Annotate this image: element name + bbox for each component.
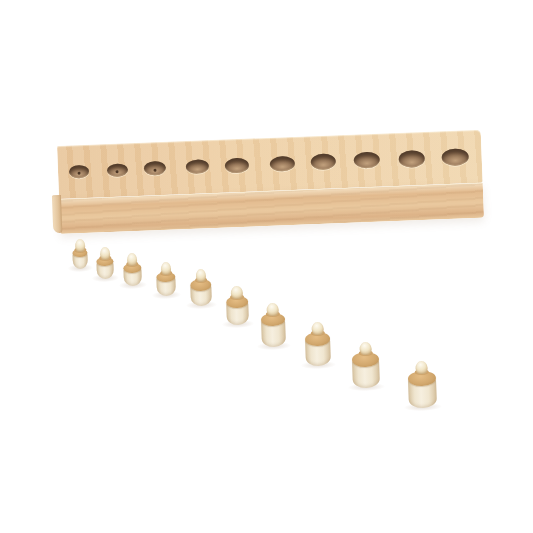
socket-hole-9[interactable] xyxy=(398,149,425,167)
socket-hole-4[interactable] xyxy=(185,159,209,174)
knobbed-cylinder-7[interactable] xyxy=(260,303,286,348)
socket-hole-8[interactable] xyxy=(353,152,380,169)
knobbed-cylinder-6[interactable] xyxy=(226,286,249,326)
product-photo xyxy=(0,0,533,533)
knobbed-cylinder-3[interactable] xyxy=(123,253,142,287)
cylinder-knob xyxy=(160,262,170,275)
drill-mark xyxy=(153,168,156,171)
cylinder-knob xyxy=(231,286,243,299)
knobbed-cylinder-4[interactable] xyxy=(155,262,175,297)
socket-hole-6[interactable] xyxy=(269,155,295,171)
knobbed-cylinder-5[interactable] xyxy=(189,269,211,307)
cylinder-knob xyxy=(266,303,278,316)
cylinder-knob xyxy=(358,342,370,355)
cylinder-knob xyxy=(415,361,427,374)
cylinder-knob xyxy=(74,239,84,252)
knobbed-cylinder-10[interactable] xyxy=(407,361,437,409)
block-left-end-face xyxy=(52,195,62,233)
cylinder-knob xyxy=(127,253,137,266)
cylinder-knob xyxy=(310,322,322,335)
knobbed-cylinder-8[interactable] xyxy=(304,322,331,367)
drill-mark xyxy=(115,170,118,173)
knobbed-cylinder-9[interactable] xyxy=(351,342,380,389)
cylinder-knob xyxy=(195,269,205,282)
drill-mark xyxy=(77,171,80,174)
knobbed-cylinder-2[interactable] xyxy=(95,247,113,280)
cylinder-block xyxy=(57,130,484,234)
socket-hole-3[interactable] xyxy=(144,161,167,176)
cylinder-knob xyxy=(99,247,109,260)
socket-hole-7[interactable] xyxy=(310,153,336,170)
knobbed-cylinder-1[interactable] xyxy=(71,239,87,270)
socket-hole-1[interactable] xyxy=(69,164,89,178)
socket-hole-2[interactable] xyxy=(106,163,127,177)
socket-hole-5[interactable] xyxy=(225,157,250,173)
socket-hole-10[interactable] xyxy=(441,148,469,166)
